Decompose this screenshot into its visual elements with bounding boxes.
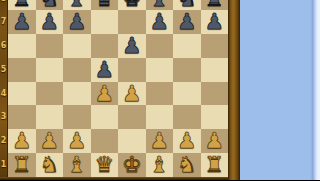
square-b6[interactable]: [36, 34, 64, 58]
chess-board: ♜♞♝♛♚♝♞♜♟♟♟♟♟♟♟♟♟♟♟♟♟♟♟♟♜♞♝♛♚♝♞♜: [8, 0, 228, 177]
square-h7[interactable]: ♟: [201, 10, 229, 34]
square-e8[interactable]: ♚: [118, 0, 146, 10]
square-f1[interactable]: ♝: [146, 153, 174, 177]
square-b2[interactable]: ♟: [36, 129, 64, 153]
rank-label-2: 2: [0, 129, 7, 153]
square-f2[interactable]: ♟: [146, 129, 174, 153]
square-c6[interactable]: [63, 34, 91, 58]
square-d1[interactable]: ♛: [91, 153, 119, 177]
chess-app-window: ♜♞♝♛♚♝♞♜♟♟♟♟♟♟♟♟♟♟♟♟♟♟♟♟♜♞♝♛♚♝♞♜ 8765432…: [0, 0, 320, 180]
rank-label-8: 8: [0, 0, 7, 10]
square-h5[interactable]: [201, 58, 229, 82]
square-f6[interactable]: [146, 34, 174, 58]
square-h2[interactable]: ♟: [201, 129, 229, 153]
piece-white-pawn[interactable]: ♟: [201, 129, 229, 153]
piece-black-pawn[interactable]: ♟: [36, 10, 64, 34]
square-a6[interactable]: [8, 34, 36, 58]
piece-white-pawn[interactable]: ♟: [118, 82, 146, 106]
square-f4[interactable]: [146, 82, 174, 106]
square-g2[interactable]: ♟: [173, 129, 201, 153]
piece-white-queen[interactable]: ♛: [91, 153, 119, 177]
rank-label-4: 4: [0, 82, 7, 106]
piece-white-pawn[interactable]: ♟: [8, 129, 36, 153]
square-d8[interactable]: ♛: [91, 0, 119, 10]
piece-black-pawn[interactable]: ♟: [173, 10, 201, 34]
square-g3[interactable]: [173, 105, 201, 129]
square-e3[interactable]: [118, 105, 146, 129]
square-g5[interactable]: [173, 58, 201, 82]
square-h4[interactable]: [201, 82, 229, 106]
piece-white-bishop[interactable]: ♝: [63, 153, 91, 177]
piece-white-pawn[interactable]: ♟: [36, 129, 64, 153]
piece-black-pawn[interactable]: ♟: [91, 58, 119, 82]
square-d5[interactable]: ♟: [91, 58, 119, 82]
rank-label-5: 5: [0, 58, 7, 82]
square-d6[interactable]: [91, 34, 119, 58]
board-frame-right: [228, 0, 240, 180]
square-f7[interactable]: ♟: [146, 10, 174, 34]
piece-black-pawn[interactable]: ♟: [118, 34, 146, 58]
square-f5[interactable]: [146, 58, 174, 82]
square-c2[interactable]: ♟: [63, 129, 91, 153]
square-a4[interactable]: [8, 82, 36, 106]
piece-white-king[interactable]: ♚: [118, 153, 146, 177]
piece-black-pawn[interactable]: ♟: [146, 10, 174, 34]
piece-black-pawn[interactable]: ♟: [8, 10, 36, 34]
square-b5[interactable]: [36, 58, 64, 82]
square-e4[interactable]: ♟: [118, 82, 146, 106]
piece-white-knight[interactable]: ♞: [36, 153, 64, 177]
square-d4[interactable]: ♟: [91, 82, 119, 106]
square-e7[interactable]: [118, 10, 146, 34]
square-a7[interactable]: ♟: [8, 10, 36, 34]
piece-white-rook[interactable]: ♜: [8, 153, 36, 177]
square-e1[interactable]: ♚: [118, 153, 146, 177]
square-d7[interactable]: [91, 10, 119, 34]
piece-black-pawn[interactable]: ♟: [201, 10, 229, 34]
square-a2[interactable]: ♟: [8, 129, 36, 153]
piece-black-king[interactable]: ♚: [118, 0, 146, 10]
square-d2[interactable]: [91, 129, 119, 153]
square-g6[interactable]: [173, 34, 201, 58]
square-e5[interactable]: [118, 58, 146, 82]
square-b3[interactable]: [36, 105, 64, 129]
square-h3[interactable]: [201, 105, 229, 129]
square-c3[interactable]: [63, 105, 91, 129]
square-d3[interactable]: [91, 105, 119, 129]
piece-black-pawn[interactable]: ♟: [63, 10, 91, 34]
rank-label-1: 1: [0, 153, 7, 177]
square-c4[interactable]: [63, 82, 91, 106]
side-panel: [240, 0, 320, 180]
piece-white-pawn[interactable]: ♟: [146, 129, 174, 153]
square-h6[interactable]: [201, 34, 229, 58]
square-a5[interactable]: [8, 58, 36, 82]
square-c5[interactable]: [63, 58, 91, 82]
square-a1[interactable]: ♜: [8, 153, 36, 177]
piece-white-pawn[interactable]: ♟: [63, 129, 91, 153]
rank-label-3: 3: [0, 105, 7, 129]
square-h1[interactable]: ♜: [201, 153, 229, 177]
rank-label-strip: 87654321: [0, 0, 8, 177]
piece-black-queen[interactable]: ♛: [91, 0, 119, 10]
square-a3[interactable]: [8, 105, 36, 129]
square-g7[interactable]: ♟: [173, 10, 201, 34]
rank-label-6: 6: [0, 34, 7, 58]
square-c7[interactable]: ♟: [63, 10, 91, 34]
piece-white-pawn[interactable]: ♟: [173, 129, 201, 153]
square-b4[interactable]: [36, 82, 64, 106]
piece-white-knight[interactable]: ♞: [173, 153, 201, 177]
rank-label-7: 7: [0, 10, 7, 34]
square-f3[interactable]: [146, 105, 174, 129]
square-e2[interactable]: [118, 129, 146, 153]
square-e6[interactable]: ♟: [118, 34, 146, 58]
square-c1[interactable]: ♝: [63, 153, 91, 177]
square-b7[interactable]: ♟: [36, 10, 64, 34]
piece-white-rook[interactable]: ♜: [201, 153, 229, 177]
square-g4[interactable]: [173, 82, 201, 106]
piece-white-bishop[interactable]: ♝: [146, 153, 174, 177]
square-b1[interactable]: ♞: [36, 153, 64, 177]
square-g1[interactable]: ♞: [173, 153, 201, 177]
piece-white-pawn[interactable]: ♟: [91, 82, 119, 106]
board-frame-bottom: [0, 177, 240, 181]
